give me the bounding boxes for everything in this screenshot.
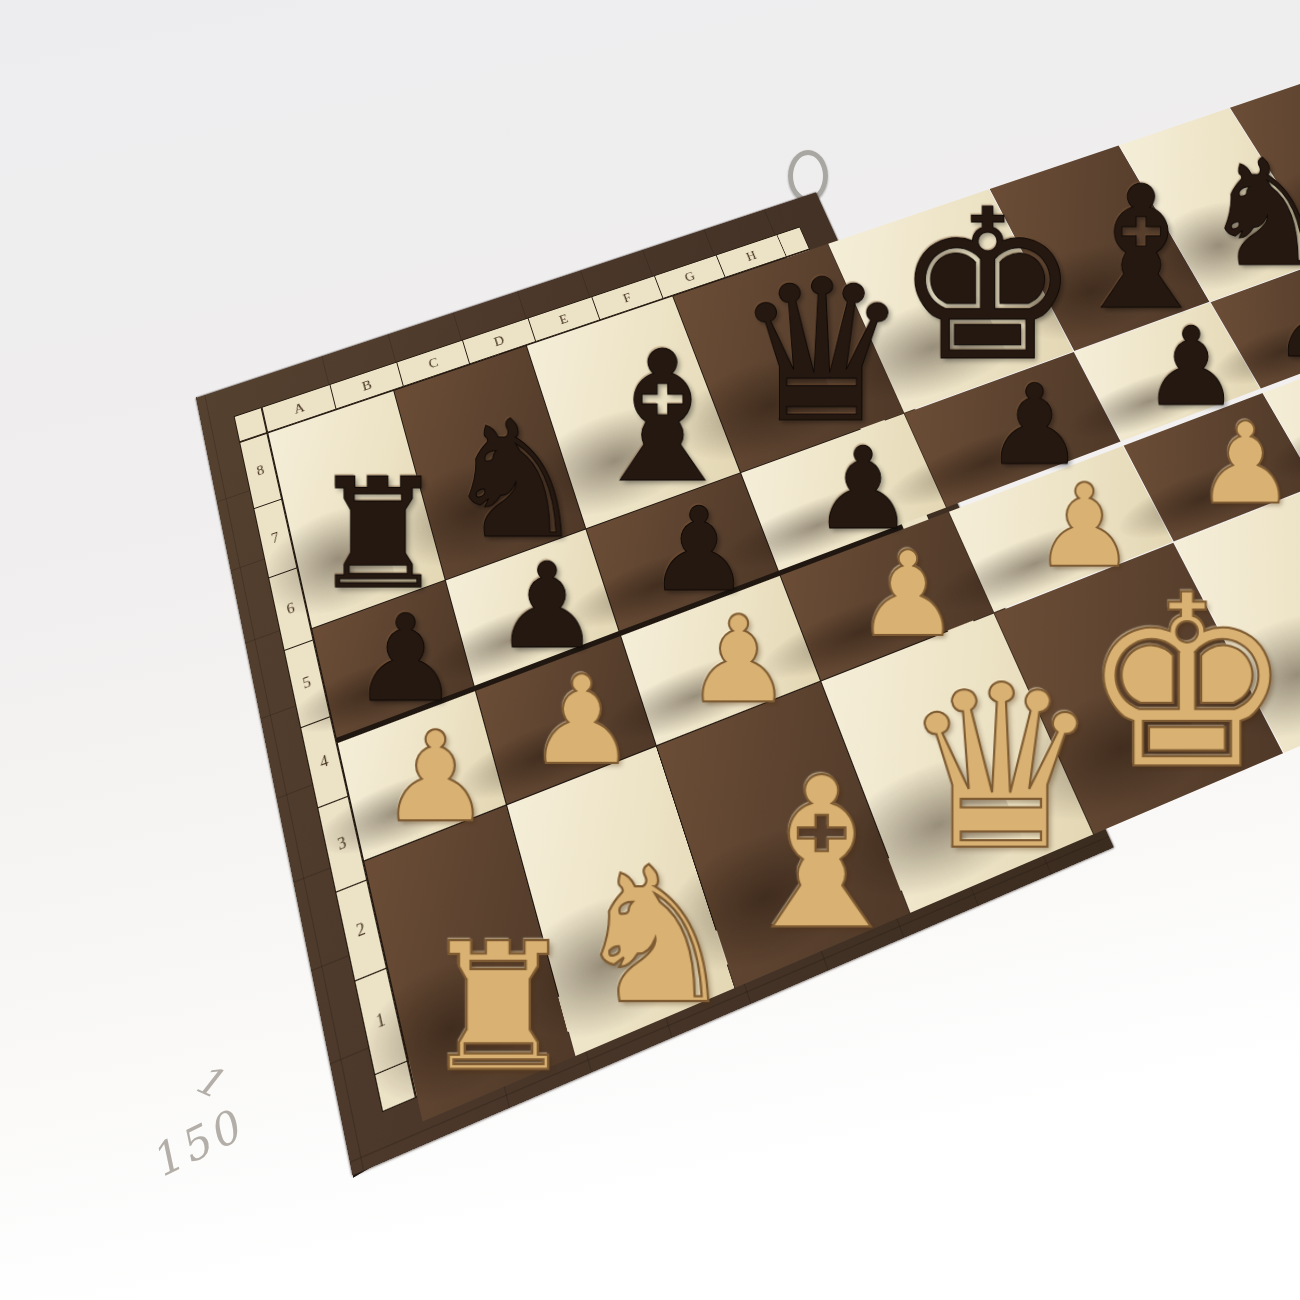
piece-black-pawn-b7[interactable]: ♟ (494, 550, 600, 662)
piece-white-pawn-c2[interactable]: ♟ (685, 603, 793, 717)
product-photo-chess-set: { "game": "chess", "scene_description": … (0, 0, 1300, 1300)
piece-white-pawn-f2[interactable]: ♟ (1195, 410, 1296, 517)
piece-white-pawn-b2[interactable]: ♟ (527, 662, 637, 778)
piece-black-bishop-c8[interactable]: ♝ (581, 332, 743, 504)
piece-black-queen-d8[interactable]: ♛ (733, 259, 909, 446)
piece-white-rook-a1[interactable]: ♜ (420, 926, 578, 1093)
piece-black-pawn-g7[interactable]: ♟ (1272, 268, 1300, 369)
piece-white-bishop-c1[interactable]: ♝ (728, 755, 915, 954)
piece-black-pawn-c7[interactable]: ♟ (647, 495, 751, 605)
piece-white-queen-d1[interactable]: ♛ (900, 662, 1103, 877)
chess-board-box: 87654321 87654321 ABCDEFGH ABCDEFGH ♜♞♝♛… (196, 192, 1114, 1175)
piece-white-knight-b1[interactable]: ♞ (571, 848, 739, 1026)
pencil-handwriting: 150 (142, 1100, 251, 1188)
piece-white-pawn-d2[interactable]: ♟ (855, 539, 960, 651)
photo-scene: 87654321 87654321 ABCDEFGH ABCDEFGH ♜♞♝♛… (0, 0, 1300, 1300)
piece-black-pawn-a7[interactable]: ♟ (352, 602, 460, 716)
piece-black-rook-a8[interactable]: ♜ (310, 463, 446, 607)
piece-white-king-e1[interactable]: ♚ (1080, 570, 1294, 797)
pencil-mark: 1 (188, 1055, 230, 1107)
piece-black-king-e8[interactable]: ♚ (895, 188, 1081, 386)
board-top-surface: 87654321 87654321 ABCDEFGH ABCDEFGH ♜♞♝♛… (196, 192, 1114, 1175)
piece-white-pawn-a2[interactable]: ♟ (380, 718, 492, 836)
piece-black-knight-b8[interactable]: ♞ (443, 404, 588, 558)
